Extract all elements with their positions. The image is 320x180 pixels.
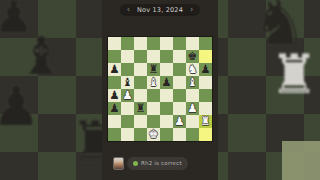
correct-move-dot-icon (133, 161, 138, 166)
caption-pill: Rh2 is correct (127, 157, 188, 170)
square-b7[interactable] (121, 50, 134, 63)
square-f7[interactable] (173, 50, 186, 63)
square-a8[interactable] (108, 37, 121, 50)
square-c3[interactable]: ♜ (134, 102, 147, 115)
piece-white-bishop: ♝ (187, 76, 197, 89)
piece-white-pawn: ♟ (174, 115, 184, 128)
square-b1[interactable] (121, 128, 134, 141)
square-f2[interactable]: ♟ (173, 115, 186, 128)
avatar[interactable] (113, 157, 124, 170)
square-a6[interactable]: ♟ (108, 63, 121, 76)
square-f1[interactable] (173, 128, 186, 141)
square-b4[interactable]: ♟ (121, 89, 134, 102)
piece-black-rook: ♜ (135, 102, 145, 115)
square-b8[interactable] (121, 37, 134, 50)
square-f6[interactable] (173, 63, 186, 76)
square-e4[interactable] (160, 89, 173, 102)
square-a2[interactable] (108, 115, 121, 128)
piece-white-pawn: ♟ (187, 102, 197, 115)
square-h2[interactable]: ♜ (199, 115, 212, 128)
chess-board[interactable]: ♚♟♜♞♟♝♝♟♝♟♟♟♜♟♟♜♚ (108, 37, 212, 141)
date-navigator: ‹ Nov 13, 2024 › (102, 3, 218, 17)
date-pill: ‹ Nov 13, 2024 › (120, 4, 201, 16)
square-h1[interactable] (199, 128, 212, 141)
square-h8[interactable] (199, 37, 212, 50)
square-h6[interactable]: ♟ (199, 63, 212, 76)
square-e7[interactable] (160, 50, 173, 63)
square-f8[interactable] (173, 37, 186, 50)
square-b3[interactable] (121, 102, 134, 115)
caption-text: Rh2 is correct (141, 160, 182, 166)
square-c2[interactable] (134, 115, 147, 128)
square-e2[interactable] (160, 115, 173, 128)
square-g1[interactable] (186, 128, 199, 141)
date-label: Nov 13, 2024 (137, 6, 183, 14)
piece-white-rook: ♜ (200, 115, 210, 128)
piece-black-pawn: ♟ (161, 76, 171, 89)
piece-white-bishop: ♝ (148, 76, 158, 89)
piece-white-king: ♚ (148, 128, 158, 141)
square-g3[interactable]: ♟ (186, 102, 199, 115)
square-d5[interactable]: ♝ (147, 76, 160, 89)
square-d4[interactable] (147, 89, 160, 102)
puzzle-video-frame: ♟♝♟♜♞♜ ‹ Nov 13, 2024 › ♚♟♜♞♟♝♝♟♝♟♟♟♜♟♟♜… (0, 0, 320, 180)
square-e1[interactable] (160, 128, 173, 141)
piece-black-pawn: ♟ (200, 63, 210, 76)
square-f5[interactable] (173, 76, 186, 89)
square-c8[interactable] (134, 37, 147, 50)
piece-black-pawn: ♟ (109, 102, 119, 115)
square-e8[interactable] (160, 37, 173, 50)
square-c7[interactable] (134, 50, 147, 63)
piece-white-pawn: ♟ (122, 89, 132, 102)
footer-bar: Rh2 is correct (102, 154, 218, 172)
square-d3[interactable] (147, 102, 160, 115)
square-a1[interactable] (108, 128, 121, 141)
square-d8[interactable] (147, 37, 160, 50)
square-c5[interactable] (134, 76, 147, 89)
square-a3[interactable]: ♟ (108, 102, 121, 115)
square-e5[interactable]: ♟ (160, 76, 173, 89)
square-d1[interactable]: ♚ (147, 128, 160, 141)
square-c1[interactable] (134, 128, 147, 141)
square-b2[interactable] (121, 115, 134, 128)
background-light-square (282, 141, 320, 180)
square-h5[interactable] (199, 76, 212, 89)
square-f4[interactable] (173, 89, 186, 102)
square-h4[interactable] (199, 89, 212, 102)
square-e3[interactable] (160, 102, 173, 115)
square-g2[interactable] (186, 115, 199, 128)
square-g5[interactable]: ♝ (186, 76, 199, 89)
previous-date-icon[interactable]: ‹ (127, 5, 130, 15)
square-c6[interactable] (134, 63, 147, 76)
piece-black-pawn: ♟ (109, 63, 119, 76)
next-date-icon[interactable]: › (190, 5, 193, 15)
